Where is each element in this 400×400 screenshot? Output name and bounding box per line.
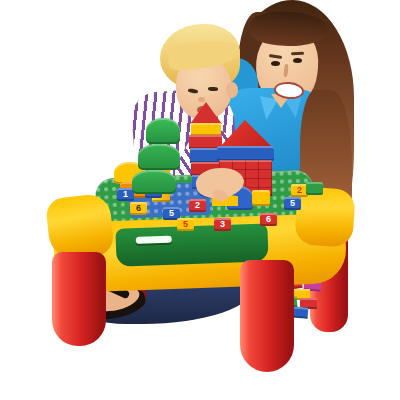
table-leg-front-right [240, 260, 294, 372]
number-brick: 2 [189, 199, 206, 212]
child-nose [198, 97, 205, 102]
drawer-handle-slot[interactable] [136, 236, 172, 244]
plain-green-brick [306, 182, 323, 195]
number-brick: 3 [214, 218, 231, 231]
number-brick: 5 [284, 197, 301, 210]
number-brick: 6 [130, 202, 147, 215]
table-corner-left [45, 193, 115, 261]
tree-canopy-top [146, 118, 180, 144]
product-photo-scene: 1 4 6 5 2 5 3 6 5 2 [0, 0, 400, 400]
woman-right-eye [293, 58, 302, 63]
number-brick: 6 [260, 213, 277, 226]
house-yellow-block [252, 190, 270, 206]
child-ear [226, 82, 238, 98]
table-leg-front-left [52, 252, 106, 346]
tree-canopy-bottom [132, 170, 176, 194]
woman-left-eye [271, 61, 280, 66]
house-band-blue [217, 146, 274, 161]
tree-canopy-middle [138, 144, 180, 170]
number-brick: 5 [177, 218, 194, 231]
child-right-eye [208, 87, 218, 92]
